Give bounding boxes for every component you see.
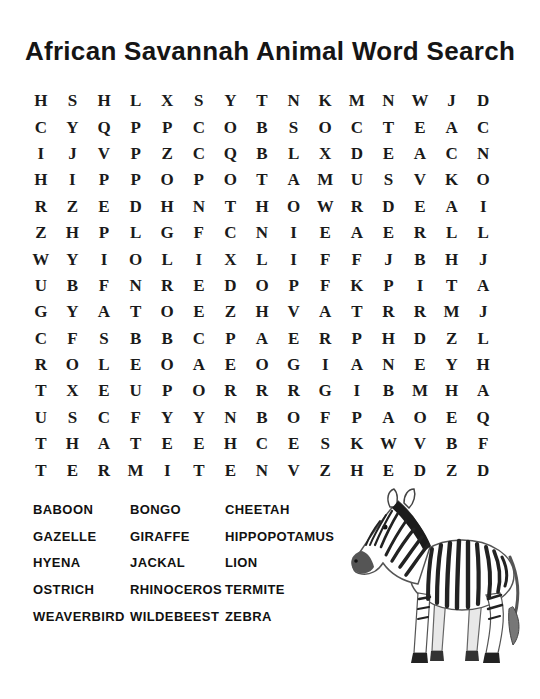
- grid-cell[interactable]: Y: [215, 88, 247, 114]
- grid-cell[interactable]: T: [183, 457, 215, 483]
- grid-cell[interactable]: T: [215, 194, 247, 220]
- grid-cell[interactable]: J: [467, 246, 499, 272]
- grid-cell[interactable]: J: [57, 141, 89, 167]
- grid-cell[interactable]: P: [278, 273, 310, 299]
- grid-cell[interactable]: I: [278, 246, 310, 272]
- grid-cell[interactable]: N: [246, 220, 278, 246]
- grid-cell[interactable]: A: [436, 114, 468, 140]
- grid-cell[interactable]: V: [404, 167, 436, 193]
- grid-cell[interactable]: P: [151, 114, 183, 140]
- grid-cell[interactable]: E: [404, 114, 436, 140]
- grid-cell[interactable]: E: [151, 431, 183, 457]
- grid-cell[interactable]: O: [151, 167, 183, 193]
- grid-cell[interactable]: J: [436, 88, 468, 114]
- grid-cell[interactable]: D: [341, 141, 373, 167]
- grid-cell[interactable]: B: [120, 326, 152, 352]
- grid-cell[interactable]: E: [436, 405, 468, 431]
- word-list-item: GIRAFFE: [130, 523, 225, 550]
- grid-cell[interactable]: K: [309, 88, 341, 114]
- grid-cell[interactable]: U: [341, 167, 373, 193]
- grid-cell[interactable]: L: [467, 220, 499, 246]
- grid-cell[interactable]: P: [120, 167, 152, 193]
- grid-cell[interactable]: E: [278, 431, 310, 457]
- grid-cell[interactable]: B: [246, 141, 278, 167]
- grid-cell[interactable]: P: [341, 326, 373, 352]
- grid-cell[interactable]: M: [120, 457, 152, 483]
- word-list-item: WILDEBEEST: [130, 603, 225, 630]
- grid-cell[interactable]: Y: [57, 299, 89, 325]
- grid-cell[interactable]: Y: [183, 405, 215, 431]
- grid-cell[interactable]: B: [404, 246, 436, 272]
- grid-cell[interactable]: E: [183, 273, 215, 299]
- grid-cell[interactable]: B: [436, 431, 468, 457]
- grid-cell[interactable]: F: [120, 405, 152, 431]
- grid-cell[interactable]: K: [341, 431, 373, 457]
- grid-cell[interactable]: O: [278, 405, 310, 431]
- grid-cell[interactable]: P: [215, 326, 247, 352]
- grid-cell[interactable]: I: [404, 273, 436, 299]
- grid-cell[interactable]: E: [88, 378, 120, 404]
- grid-cell[interactable]: A: [436, 194, 468, 220]
- grid-cell[interactable]: R: [246, 378, 278, 404]
- grid-cell[interactable]: Q: [215, 141, 247, 167]
- grid-cell[interactable]: H: [57, 431, 89, 457]
- grid-cell[interactable]: O: [309, 114, 341, 140]
- grid-cell[interactable]: P: [120, 114, 152, 140]
- grid-cell[interactable]: Y: [57, 246, 89, 272]
- grid-cell[interactable]: Z: [436, 457, 468, 483]
- grid-cell[interactable]: E: [373, 141, 405, 167]
- grid-cell[interactable]: O: [246, 273, 278, 299]
- grid-cell[interactable]: R: [404, 220, 436, 246]
- grid-cell[interactable]: I: [57, 167, 89, 193]
- grid-cell[interactable]: E: [57, 457, 89, 483]
- grid-cell[interactable]: C: [341, 114, 373, 140]
- grid-cell[interactable]: G: [151, 220, 183, 246]
- grid-cell[interactable]: T: [25, 431, 57, 457]
- grid-cell[interactable]: H: [436, 378, 468, 404]
- grid-cell[interactable]: T: [120, 431, 152, 457]
- grid-cell[interactable]: F: [341, 246, 373, 272]
- grid-cell[interactable]: Z: [215, 299, 247, 325]
- grid-cell[interactable]: Y: [151, 405, 183, 431]
- grid-cell[interactable]: I: [309, 352, 341, 378]
- grid-cell[interactable]: N: [467, 141, 499, 167]
- grid-cell[interactable]: O: [183, 378, 215, 404]
- grid-cell[interactable]: U: [25, 405, 57, 431]
- grid-cell[interactable]: E: [215, 457, 247, 483]
- grid-cell[interactable]: D: [404, 326, 436, 352]
- grid-cell[interactable]: P: [88, 167, 120, 193]
- grid-cell[interactable]: F: [183, 220, 215, 246]
- grid-cell[interactable]: A: [183, 352, 215, 378]
- grid-cell[interactable]: B: [246, 405, 278, 431]
- grid-cell[interactable]: Z: [436, 326, 468, 352]
- word-list-item: WEAVERBIRD: [33, 603, 130, 630]
- grid-cell[interactable]: W: [25, 246, 57, 272]
- grid-cell[interactable]: I: [151, 457, 183, 483]
- grid-cell[interactable]: N: [278, 88, 310, 114]
- grid-cell[interactable]: P: [151, 378, 183, 404]
- grid-cell[interactable]: S: [57, 88, 89, 114]
- grid-cell[interactable]: A: [278, 167, 310, 193]
- grid-cell[interactable]: T: [436, 273, 468, 299]
- grid-cell[interactable]: U: [25, 273, 57, 299]
- grid-cell[interactable]: H: [373, 326, 405, 352]
- word-list-item: BABOON: [33, 496, 130, 523]
- grid-cell[interactable]: G: [25, 299, 57, 325]
- grid-cell[interactable]: W: [373, 431, 405, 457]
- grid-cell[interactable]: S: [57, 405, 89, 431]
- grid-cell[interactable]: H: [246, 299, 278, 325]
- grid-cell[interactable]: O: [246, 352, 278, 378]
- grid-cell[interactable]: T: [246, 88, 278, 114]
- grid-cell[interactable]: M: [341, 88, 373, 114]
- grid-cell[interactable]: E: [309, 220, 341, 246]
- grid-cell[interactable]: H: [215, 431, 247, 457]
- grid-cell[interactable]: T: [25, 378, 57, 404]
- grid-cell[interactable]: C: [467, 114, 499, 140]
- grid-cell[interactable]: C: [25, 326, 57, 352]
- grid-cell[interactable]: H: [151, 194, 183, 220]
- grid-cell[interactable]: L: [151, 246, 183, 272]
- grid-cell[interactable]: P: [183, 167, 215, 193]
- zebra-illustration: [336, 487, 536, 669]
- grid-cell[interactable]: V: [278, 299, 310, 325]
- grid-cell[interactable]: C: [436, 141, 468, 167]
- grid-cell[interactable]: X: [309, 141, 341, 167]
- grid-cell[interactable]: L: [246, 246, 278, 272]
- word-list-item: GAZELLE: [33, 523, 130, 550]
- grid-cell[interactable]: C: [183, 141, 215, 167]
- grid-cell[interactable]: G: [278, 352, 310, 378]
- grid-cell[interactable]: I: [467, 194, 499, 220]
- grid-cell[interactable]: S: [183, 88, 215, 114]
- grid-cell[interactable]: M: [436, 299, 468, 325]
- grid-cell[interactable]: E: [373, 457, 405, 483]
- grid-cell[interactable]: K: [436, 167, 468, 193]
- grid-cell[interactable]: H: [25, 167, 57, 193]
- grid-cell[interactable]: E: [404, 194, 436, 220]
- grid-cell[interactable]: R: [25, 352, 57, 378]
- grid-cell[interactable]: W: [404, 88, 436, 114]
- grid-cell[interactable]: I: [341, 378, 373, 404]
- grid-cell[interactable]: R: [404, 299, 436, 325]
- grid-cell[interactable]: H: [88, 88, 120, 114]
- grid-cell[interactable]: U: [120, 378, 152, 404]
- word-list-item: BONGO: [130, 496, 225, 523]
- grid-cell[interactable]: D: [467, 88, 499, 114]
- grid-cell[interactable]: V: [278, 457, 310, 483]
- grid-cell[interactable]: Z: [151, 141, 183, 167]
- grid-cell[interactable]: I: [183, 246, 215, 272]
- grid-cell[interactable]: T: [246, 167, 278, 193]
- grid-cell[interactable]: R: [25, 194, 57, 220]
- grid-cell[interactable]: Y: [436, 352, 468, 378]
- grid-cell[interactable]: A: [246, 326, 278, 352]
- grid-cell[interactable]: H: [246, 194, 278, 220]
- grid-cell[interactable]: F: [309, 405, 341, 431]
- grid-cell[interactable]: V: [88, 141, 120, 167]
- grid-cell[interactable]: E: [120, 352, 152, 378]
- grid-cell[interactable]: E: [183, 299, 215, 325]
- grid-cell[interactable]: O: [57, 352, 89, 378]
- grid-cell[interactable]: Z: [309, 457, 341, 483]
- grid-cell[interactable]: S: [278, 114, 310, 140]
- grid-cell[interactable]: E: [373, 220, 405, 246]
- grid-cell[interactable]: A: [341, 220, 373, 246]
- grid-cell[interactable]: X: [151, 88, 183, 114]
- grid-cell[interactable]: N: [120, 273, 152, 299]
- grid-cell[interactable]: B: [57, 273, 89, 299]
- grid-cell[interactable]: N: [183, 194, 215, 220]
- letter-grid: HSHLXSYTNKMNWJDCYQPPCOBSOCTEACIJVPZCQBLX…: [25, 88, 499, 484]
- grid-cell[interactable]: N: [373, 88, 405, 114]
- grid-cell[interactable]: I: [25, 141, 57, 167]
- grid-cell[interactable]: O: [278, 194, 310, 220]
- grid-cell[interactable]: A: [88, 431, 120, 457]
- word-list-item: JACKAL: [130, 550, 225, 577]
- grid-cell[interactable]: I: [278, 220, 310, 246]
- grid-cell[interactable]: R: [341, 194, 373, 220]
- grid-cell[interactable]: A: [404, 141, 436, 167]
- word-list-item: OSTRICH: [33, 576, 130, 603]
- grid-cell[interactable]: E: [183, 431, 215, 457]
- grid-cell[interactable]: H: [341, 457, 373, 483]
- grid-cell[interactable]: E: [404, 352, 436, 378]
- grid-cell[interactable]: T: [25, 457, 57, 483]
- grid-cell[interactable]: L: [88, 352, 120, 378]
- grid-cell[interactable]: B: [246, 114, 278, 140]
- grid-cell[interactable]: L: [120, 220, 152, 246]
- grid-cell[interactable]: J: [467, 299, 499, 325]
- grid-cell[interactable]: R: [373, 299, 405, 325]
- grid-cell[interactable]: V: [404, 431, 436, 457]
- grid-cell[interactable]: O: [151, 299, 183, 325]
- grid-cell[interactable]: N: [373, 352, 405, 378]
- grid-cell[interactable]: O: [404, 405, 436, 431]
- grid-cell[interactable]: C: [215, 220, 247, 246]
- word-list-item: RHINOCEROS: [130, 576, 225, 603]
- grid-cell[interactable]: R: [151, 273, 183, 299]
- grid-cell[interactable]: F: [309, 246, 341, 272]
- grid-cell[interactable]: O: [120, 246, 152, 272]
- grid-cell[interactable]: Z: [57, 194, 89, 220]
- grid-cell[interactable]: H: [467, 352, 499, 378]
- grid-cell[interactable]: E: [215, 352, 247, 378]
- grid-cell[interactable]: A: [88, 299, 120, 325]
- word-list: BABOONBONGOCHEETAHGAZELLEGIRAFFEHIPPOPOT…: [33, 496, 370, 630]
- grid-cell[interactable]: L: [436, 220, 468, 246]
- grid-cell[interactable]: P: [120, 141, 152, 167]
- grid-cell[interactable]: D: [467, 457, 499, 483]
- grid-cell[interactable]: P: [88, 220, 120, 246]
- grid-cell[interactable]: T: [341, 299, 373, 325]
- grid-cell[interactable]: Z: [25, 220, 57, 246]
- grid-cell[interactable]: I: [88, 246, 120, 272]
- grid-cell[interactable]: S: [88, 326, 120, 352]
- word-list-item: HYENA: [33, 550, 130, 577]
- grid-cell[interactable]: H: [25, 88, 57, 114]
- grid-cell[interactable]: B: [151, 326, 183, 352]
- grid-cell[interactable]: A: [467, 378, 499, 404]
- grid-cell[interactable]: R: [88, 457, 120, 483]
- grid-cell[interactable]: H: [436, 246, 468, 272]
- grid-cell[interactable]: Q: [467, 405, 499, 431]
- grid-cell[interactable]: L: [120, 88, 152, 114]
- grid-cell[interactable]: W: [309, 194, 341, 220]
- grid-cell[interactable]: C: [88, 405, 120, 431]
- grid-cell[interactable]: C: [183, 114, 215, 140]
- grid-cell[interactable]: X: [57, 378, 89, 404]
- grid-cell[interactable]: P: [341, 405, 373, 431]
- grid-cell[interactable]: T: [120, 299, 152, 325]
- grid-cell[interactable]: F: [467, 431, 499, 457]
- grid-cell[interactable]: A: [341, 352, 373, 378]
- grid-cell[interactable]: D: [215, 273, 247, 299]
- grid-cell[interactable]: N: [246, 457, 278, 483]
- grid-cell[interactable]: O: [467, 167, 499, 193]
- grid-cell[interactable]: A: [309, 299, 341, 325]
- grid-cell[interactable]: D: [404, 457, 436, 483]
- grid-cell[interactable]: T: [373, 114, 405, 140]
- grid-cell[interactable]: H: [57, 220, 89, 246]
- grid-cell[interactable]: M: [404, 378, 436, 404]
- grid-cell[interactable]: E: [88, 194, 120, 220]
- grid-cell[interactable]: C: [246, 431, 278, 457]
- grid-cell[interactable]: S: [373, 167, 405, 193]
- grid-cell[interactable]: M: [309, 167, 341, 193]
- grid-cell[interactable]: D: [373, 194, 405, 220]
- grid-cell[interactable]: J: [373, 246, 405, 272]
- grid-cell[interactable]: O: [151, 352, 183, 378]
- grid-cell[interactable]: S: [309, 431, 341, 457]
- grid-cell[interactable]: F: [57, 326, 89, 352]
- grid-cell[interactable]: R: [278, 378, 310, 404]
- grid-cell[interactable]: O: [215, 167, 247, 193]
- grid-cell[interactable]: R: [309, 326, 341, 352]
- grid-cell[interactable]: F: [309, 273, 341, 299]
- grid-cell[interactable]: A: [467, 273, 499, 299]
- grid-cell[interactable]: L: [278, 141, 310, 167]
- grid-cell[interactable]: O: [215, 114, 247, 140]
- grid-cell[interactable]: Y: [57, 114, 89, 140]
- grid-cell[interactable]: K: [341, 273, 373, 299]
- grid-cell[interactable]: N: [215, 405, 247, 431]
- grid-cell[interactable]: F: [88, 273, 120, 299]
- grid-cell[interactable]: R: [215, 378, 247, 404]
- grid-cell[interactable]: C: [25, 114, 57, 140]
- grid-cell[interactable]: C: [183, 326, 215, 352]
- grid-cell[interactable]: D: [120, 194, 152, 220]
- grid-cell[interactable]: Q: [88, 114, 120, 140]
- grid-cell[interactable]: G: [309, 378, 341, 404]
- grid-cell[interactable]: A: [373, 405, 405, 431]
- grid-cell[interactable]: L: [467, 326, 499, 352]
- grid-cell[interactable]: E: [278, 326, 310, 352]
- puzzle-title: African Savannah Animal Word Search: [0, 36, 540, 67]
- grid-cell[interactable]: B: [373, 378, 405, 404]
- grid-cell[interactable]: P: [373, 273, 405, 299]
- grid-cell[interactable]: X: [215, 246, 247, 272]
